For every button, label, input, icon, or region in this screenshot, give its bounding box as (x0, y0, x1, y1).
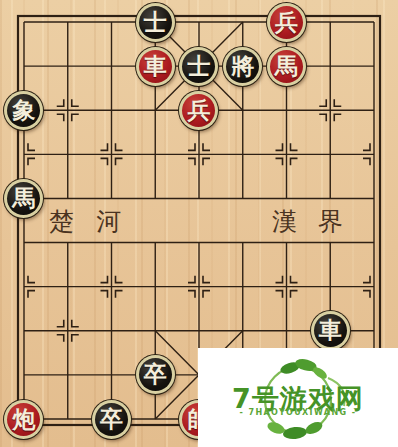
piece-glyph: 士 (144, 3, 167, 42)
board-point: 兵 (265, 0, 309, 44)
xiangqi-app: 楚 河 漢 界 士兵車士將馬象兵馬車卒炮卒帥 7号游戏网 - 7HAOYOUXI… (0, 0, 398, 447)
piece-black-elephant[interactable]: 象 (4, 91, 43, 130)
piece-glyph: 炮 (12, 400, 35, 439)
piece-black-soldier-1[interactable]: 卒 (136, 355, 175, 394)
board-point: 車 (308, 309, 352, 353)
piece-red-cannon[interactable]: 炮 (4, 400, 43, 439)
piece-red-horse[interactable]: 馬 (267, 47, 306, 86)
board-point: 車 (133, 44, 177, 88)
piece-black-advisor-1[interactable]: 士 (136, 3, 175, 42)
piece-glyph: 兵 (187, 91, 210, 130)
board-point: 炮 (2, 397, 46, 441)
piece-glyph: 兵 (275, 3, 298, 42)
piece-black-soldier-2[interactable]: 卒 (92, 400, 131, 439)
piece-glyph: 將 (231, 47, 254, 86)
board-point: 馬 (265, 44, 309, 88)
piece-glyph: 車 (144, 47, 167, 86)
piece-glyph: 馬 (275, 47, 298, 86)
piece-red-soldier-1[interactable]: 兵 (267, 3, 306, 42)
board-point: 象 (2, 88, 46, 132)
board-point: 卒 (90, 397, 134, 441)
piece-red-soldier-2[interactable]: 兵 (179, 91, 218, 130)
board-point: 卒 (133, 353, 177, 397)
piece-black-chariot[interactable]: 車 (311, 311, 350, 350)
watermark: 7号游戏网 - 7HAOYOUXIWANG - (198, 348, 398, 447)
piece-glyph: 士 (187, 47, 210, 86)
piece-black-horse[interactable]: 馬 (4, 179, 43, 218)
piece-red-chariot[interactable]: 車 (136, 47, 175, 86)
piece-glyph: 卒 (144, 355, 167, 394)
watermark-subtitle: - 7HAOYOUXIWANG - (198, 408, 398, 417)
board-point: 馬 (2, 176, 46, 220)
piece-glyph: 卒 (100, 400, 123, 439)
board-point: 兵 (177, 88, 221, 132)
board-point: 士 (133, 0, 177, 44)
piece-glyph: 車 (319, 311, 342, 350)
board-point: 將 (221, 44, 265, 88)
piece-black-general[interactable]: 將 (223, 47, 262, 86)
board-point: 士 (177, 44, 221, 88)
piece-glyph: 象 (12, 91, 35, 130)
piece-black-advisor-2[interactable]: 士 (179, 47, 218, 86)
piece-glyph: 馬 (12, 179, 35, 218)
